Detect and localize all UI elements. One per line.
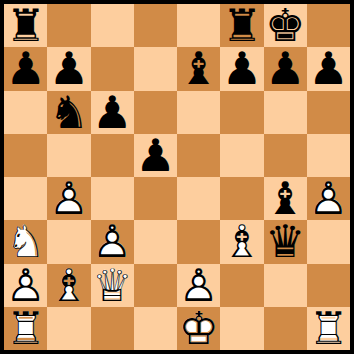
square-h8[interactable] (307, 4, 350, 47)
square-g1[interactable] (264, 307, 307, 350)
white-piece-fill: ♝ (220, 220, 263, 263)
white-queen: ♛♕ (91, 264, 134, 307)
white-pawn: ♟♙ (177, 264, 220, 307)
white-piece-fill: ♚ (177, 307, 220, 350)
square-g2[interactable] (264, 264, 307, 307)
black-pawn: ♟ (264, 47, 307, 90)
square-g3[interactable]: ♛ (264, 220, 307, 263)
square-f2[interactable] (220, 264, 263, 307)
square-a8[interactable]: ♜ (4, 4, 47, 47)
white-king: ♚♔ (177, 307, 220, 350)
black-pawn: ♟ (4, 47, 47, 90)
black-rook: ♜ (220, 4, 263, 47)
white-piece-fill: ♟ (47, 177, 90, 220)
square-c5[interactable] (91, 134, 134, 177)
white-piece-fill: ♝ (47, 264, 90, 307)
white-piece-fill: ♟ (91, 220, 134, 263)
white-piece-outline: ♗ (47, 264, 90, 307)
white-piece-outline: ♖ (4, 307, 47, 350)
square-a6[interactable] (4, 91, 47, 134)
square-b2[interactable]: ♝♗ (47, 264, 90, 307)
black-pawn: ♟ (47, 47, 90, 90)
black-piece-glyph: ♟ (91, 91, 134, 134)
square-f5[interactable] (220, 134, 263, 177)
white-piece-fill: ♟ (307, 177, 350, 220)
square-c1[interactable] (91, 307, 134, 350)
black-knight: ♞ (47, 91, 90, 134)
square-d6[interactable] (134, 91, 177, 134)
white-rook: ♜♖ (4, 307, 47, 350)
black-pawn: ♟ (134, 134, 177, 177)
chess-board: ♜♜♚♟♟♝♟♟♟♞♟♟♟♙♝♟♙♞♘♟♙♝♗♛♟♙♝♗♛♕♟♙♜♖♚♔♜♖ (4, 4, 350, 350)
square-b3[interactable] (47, 220, 90, 263)
square-b7[interactable]: ♟ (47, 47, 90, 90)
square-e2[interactable]: ♟♙ (177, 264, 220, 307)
black-piece-glyph: ♟ (307, 47, 350, 90)
white-bishop: ♝♗ (220, 220, 263, 263)
white-piece-outline: ♙ (91, 220, 134, 263)
white-piece-fill: ♟ (177, 264, 220, 307)
square-h2[interactable] (307, 264, 350, 307)
square-h4[interactable]: ♟♙ (307, 177, 350, 220)
square-c6[interactable]: ♟ (91, 91, 134, 134)
white-piece-fill: ♛ (91, 264, 134, 307)
white-knight: ♞♘ (4, 220, 47, 263)
square-e4[interactable] (177, 177, 220, 220)
white-piece-outline: ♙ (177, 264, 220, 307)
square-g6[interactable] (264, 91, 307, 134)
square-f8[interactable]: ♜ (220, 4, 263, 47)
square-c3[interactable]: ♟♙ (91, 220, 134, 263)
black-piece-glyph: ♞ (47, 91, 90, 134)
white-piece-outline: ♔ (177, 307, 220, 350)
square-a2[interactable]: ♟♙ (4, 264, 47, 307)
square-c8[interactable] (91, 4, 134, 47)
square-d1[interactable] (134, 307, 177, 350)
square-b1[interactable] (47, 307, 90, 350)
white-piece-fill: ♞ (4, 220, 47, 263)
square-f7[interactable]: ♟ (220, 47, 263, 90)
square-a4[interactable] (4, 177, 47, 220)
white-rook: ♜♖ (307, 307, 350, 350)
black-piece-glyph: ♟ (4, 47, 47, 90)
board-frame: ♜♜♚♟♟♝♟♟♟♞♟♟♟♙♝♟♙♞♘♟♙♝♗♛♟♙♝♗♛♕♟♙♜♖♚♔♜♖ (0, 0, 354, 354)
square-f4[interactable] (220, 177, 263, 220)
black-piece-glyph: ♜ (220, 4, 263, 47)
square-e7[interactable]: ♝ (177, 47, 220, 90)
square-g4[interactable]: ♝ (264, 177, 307, 220)
square-e6[interactable] (177, 91, 220, 134)
square-h3[interactable] (307, 220, 350, 263)
square-e1[interactable]: ♚♔ (177, 307, 220, 350)
white-piece-outline: ♙ (4, 264, 47, 307)
square-h5[interactable] (307, 134, 350, 177)
black-piece-glyph: ♟ (47, 47, 90, 90)
square-d2[interactable] (134, 264, 177, 307)
square-f1[interactable] (220, 307, 263, 350)
black-piece-glyph: ♝ (264, 177, 307, 220)
white-piece-outline: ♙ (307, 177, 350, 220)
square-b6[interactable]: ♞ (47, 91, 90, 134)
square-d4[interactable] (134, 177, 177, 220)
square-f6[interactable] (220, 91, 263, 134)
square-a7[interactable]: ♟ (4, 47, 47, 90)
square-d8[interactable] (134, 4, 177, 47)
black-piece-glyph: ♟ (220, 47, 263, 90)
square-h6[interactable] (307, 91, 350, 134)
square-h7[interactable]: ♟ (307, 47, 350, 90)
black-pawn: ♟ (220, 47, 263, 90)
white-piece-fill: ♟ (4, 264, 47, 307)
white-piece-outline: ♖ (307, 307, 350, 350)
black-rook: ♜ (4, 4, 47, 47)
white-piece-outline: ♘ (4, 220, 47, 263)
square-b4[interactable]: ♟♙ (47, 177, 90, 220)
square-h1[interactable]: ♜♖ (307, 307, 350, 350)
square-a3[interactable]: ♞♘ (4, 220, 47, 263)
square-g8[interactable]: ♚ (264, 4, 307, 47)
square-g5[interactable] (264, 134, 307, 177)
white-pawn: ♟♙ (4, 264, 47, 307)
white-piece-outline: ♕ (91, 264, 134, 307)
black-piece-glyph: ♛ (264, 220, 307, 263)
square-c7[interactable] (91, 47, 134, 90)
black-bishop: ♝ (177, 47, 220, 90)
black-piece-glyph: ♝ (177, 47, 220, 90)
square-g7[interactable]: ♟ (264, 47, 307, 90)
black-bishop: ♝ (264, 177, 307, 220)
square-e8[interactable] (177, 4, 220, 47)
black-pawn: ♟ (307, 47, 350, 90)
square-c2[interactable]: ♛♕ (91, 264, 134, 307)
square-e5[interactable] (177, 134, 220, 177)
square-a1[interactable]: ♜♖ (4, 307, 47, 350)
black-queen: ♛ (264, 220, 307, 263)
square-c4[interactable] (91, 177, 134, 220)
square-a5[interactable] (4, 134, 47, 177)
white-pawn: ♟♙ (47, 177, 90, 220)
square-b5[interactable] (47, 134, 90, 177)
square-f3[interactable]: ♝♗ (220, 220, 263, 263)
black-king: ♚ (264, 4, 307, 47)
white-piece-fill: ♜ (4, 307, 47, 350)
black-piece-glyph: ♟ (134, 134, 177, 177)
black-pawn: ♟ (91, 91, 134, 134)
black-piece-glyph: ♚ (264, 4, 307, 47)
white-pawn: ♟♙ (91, 220, 134, 263)
square-d5[interactable]: ♟ (134, 134, 177, 177)
white-pawn: ♟♙ (307, 177, 350, 220)
white-piece-fill: ♜ (307, 307, 350, 350)
square-d7[interactable] (134, 47, 177, 90)
square-e3[interactable] (177, 220, 220, 263)
black-piece-glyph: ♜ (4, 4, 47, 47)
black-piece-glyph: ♟ (264, 47, 307, 90)
white-bishop: ♝♗ (47, 264, 90, 307)
square-d3[interactable] (134, 220, 177, 263)
white-piece-outline: ♙ (47, 177, 90, 220)
square-b8[interactable] (47, 4, 90, 47)
white-piece-outline: ♗ (220, 220, 263, 263)
